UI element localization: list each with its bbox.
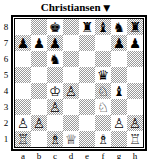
- file-label-b: b: [31, 152, 47, 159]
- piece-white-knight: ♘: [97, 83, 109, 99]
- square-f5[interactable]: ♛: [95, 67, 111, 83]
- square-f8[interactable]: ♝: [95, 19, 111, 35]
- square-h4[interactable]: [127, 83, 143, 99]
- square-a1[interactable]: ♖: [15, 131, 31, 147]
- piece-white-rook: ♖: [129, 131, 141, 147]
- square-c5[interactable]: [47, 67, 63, 83]
- square-e6[interactable]: [79, 51, 95, 67]
- square-a8[interactable]: [15, 19, 31, 35]
- board-frame: ♚♜♝♞♜♟♟♟♟♟♞♛♔♙♘♝♙♘♙♙♙♙♖♗♕♗♖: [11, 15, 147, 151]
- square-e3[interactable]: [79, 99, 95, 115]
- file-labels: abcdefgh: [15, 152, 151, 159]
- chess-board: ♚♜♝♞♜♟♟♟♟♟♞♛♔♙♘♝♙♘♙♙♙♙♖♗♕♗♖: [14, 18, 144, 148]
- square-e1[interactable]: [79, 131, 95, 147]
- square-a7[interactable]: ♟: [15, 35, 31, 51]
- square-b3[interactable]: [31, 99, 47, 115]
- square-g1[interactable]: [111, 131, 127, 147]
- square-b4[interactable]: [31, 83, 47, 99]
- piece-white-pawn: ♙: [65, 83, 77, 99]
- square-d3[interactable]: [63, 99, 79, 115]
- rank-label-8: 8: [1, 19, 11, 35]
- square-a4[interactable]: [15, 83, 31, 99]
- rank-label-5: 5: [1, 67, 11, 83]
- file-label-e: e: [79, 152, 95, 159]
- square-e7[interactable]: [79, 35, 95, 51]
- square-h8[interactable]: ♜: [127, 19, 143, 35]
- rank-labels: 87654321: [1, 15, 11, 151]
- square-b8[interactable]: [31, 19, 47, 35]
- square-f2[interactable]: [95, 115, 111, 131]
- square-g5[interactable]: [111, 67, 127, 83]
- file-label-f: f: [95, 152, 111, 159]
- square-g8[interactable]: ♞: [111, 19, 127, 35]
- board-area: 87654321 ♚♜♝♞♜♟♟♟♟♟♞♛♔♙♘♝♙♘♙♙♙♙♖♗♕♗♖: [1, 15, 151, 151]
- square-b2[interactable]: ♙: [31, 115, 47, 131]
- square-a2[interactable]: ♙: [15, 115, 31, 131]
- piece-white-pawn: ♙: [49, 99, 61, 115]
- square-d7[interactable]: [63, 35, 79, 51]
- square-c1[interactable]: ♗: [47, 131, 63, 147]
- square-g4[interactable]: ♝: [111, 83, 127, 99]
- square-f4[interactable]: ♘: [95, 83, 111, 99]
- file-label-d: d: [63, 152, 79, 159]
- piece-white-queen: ♕: [65, 131, 77, 147]
- file-label-a: a: [15, 152, 31, 159]
- file-label-c: c: [47, 152, 63, 159]
- piece-white-king: ♔: [49, 83, 61, 99]
- piece-black-pawn: ♟: [129, 35, 141, 51]
- square-e2[interactable]: [79, 115, 95, 131]
- piece-white-pawn: ♙: [129, 115, 141, 131]
- side-to-move-indicator: ▼: [103, 3, 110, 13]
- piece-white-bishop: ♗: [97, 131, 109, 147]
- player-name: Christiansen: [41, 1, 101, 13]
- square-a6[interactable]: [15, 51, 31, 67]
- file-label-g: g: [111, 152, 127, 159]
- square-h3[interactable]: [127, 99, 143, 115]
- piece-white-pawn: ♙: [33, 115, 45, 131]
- square-f6[interactable]: [95, 51, 111, 67]
- rank-label-4: 4: [1, 83, 11, 99]
- square-d4[interactable]: ♙: [63, 83, 79, 99]
- piece-black-king: ♚: [49, 19, 61, 35]
- square-f3[interactable]: ♘: [95, 99, 111, 115]
- piece-black-queen: ♛: [97, 67, 109, 83]
- chess-diagram: Christiansen ▼ 87654321 ♚♜♝♞♜♟♟♟♟♟♞♛♔♙♘♝…: [0, 0, 151, 159]
- square-f1[interactable]: ♗: [95, 131, 111, 147]
- square-a3[interactable]: [15, 99, 31, 115]
- piece-black-rook: ♜: [129, 19, 141, 35]
- square-d5[interactable]: [63, 67, 79, 83]
- piece-black-knight: ♞: [49, 51, 61, 67]
- rank-label-2: 2: [1, 115, 11, 131]
- square-b1[interactable]: [31, 131, 47, 147]
- piece-black-pawn: ♟: [49, 35, 61, 51]
- piece-white-pawn: ♙: [17, 115, 29, 131]
- square-c7[interactable]: ♟: [47, 35, 63, 51]
- square-h1[interactable]: ♖: [127, 131, 143, 147]
- rank-label-6: 6: [1, 51, 11, 67]
- file-label-h: h: [127, 152, 143, 159]
- square-d1[interactable]: ♕: [63, 131, 79, 147]
- piece-white-rook: ♖: [17, 131, 29, 147]
- square-h5[interactable]: [127, 67, 143, 83]
- square-a5[interactable]: [15, 67, 31, 83]
- square-c8[interactable]: ♚: [47, 19, 63, 35]
- square-c6[interactable]: ♞: [47, 51, 63, 67]
- square-b6[interactable]: [31, 51, 47, 67]
- square-g3[interactable]: [111, 99, 127, 115]
- square-h6[interactable]: [127, 51, 143, 67]
- square-e4[interactable]: [79, 83, 95, 99]
- piece-black-pawn: ♟: [113, 35, 125, 51]
- piece-black-rook: ♜: [81, 19, 93, 35]
- piece-black-pawn: ♟: [33, 35, 45, 51]
- square-h2[interactable]: ♙: [127, 115, 143, 131]
- square-g6[interactable]: [111, 51, 127, 67]
- piece-black-pawn: ♟: [17, 35, 29, 51]
- piece-white-bishop: ♗: [49, 131, 61, 147]
- square-g7[interactable]: ♟: [111, 35, 127, 51]
- rank-label-1: 1: [1, 131, 11, 147]
- square-f7[interactable]: [95, 35, 111, 51]
- square-b5[interactable]: [31, 67, 47, 83]
- square-d6[interactable]: [63, 51, 79, 67]
- square-e5[interactable]: [79, 67, 95, 83]
- piece-white-pawn: ♙: [113, 115, 125, 131]
- square-c3[interactable]: ♙: [47, 99, 63, 115]
- square-d8[interactable]: [63, 19, 79, 35]
- rank-label-7: 7: [1, 35, 11, 51]
- rank-label-3: 3: [1, 99, 11, 115]
- piece-black-knight: ♞: [113, 19, 125, 35]
- square-d2[interactable]: [63, 115, 79, 131]
- square-h7[interactable]: ♟: [127, 35, 143, 51]
- square-b7[interactable]: ♟: [31, 35, 47, 51]
- square-e8[interactable]: ♜: [79, 19, 95, 35]
- piece-black-bishop: ♝: [113, 83, 125, 99]
- player-name-header: Christiansen ▼: [0, 0, 151, 14]
- square-c2[interactable]: [47, 115, 63, 131]
- piece-white-knight: ♘: [97, 99, 109, 115]
- piece-black-bishop: ♝: [97, 19, 109, 35]
- square-g2[interactable]: ♙: [111, 115, 127, 131]
- square-c4[interactable]: ♔: [47, 83, 63, 99]
